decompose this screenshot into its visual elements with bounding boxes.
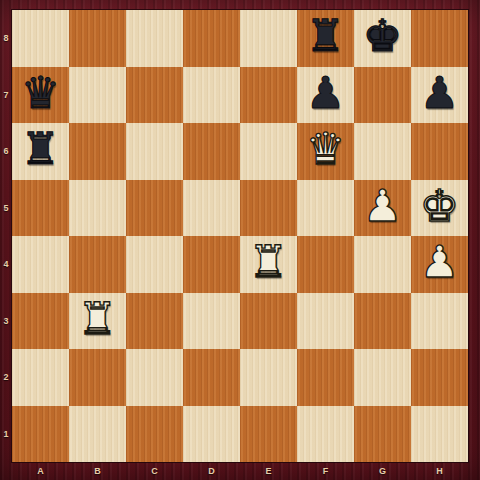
square-d3[interactable]	[183, 293, 240, 350]
file-label-c: C	[126, 462, 183, 480]
piece-black-rook[interactable]: ♜	[21, 127, 60, 171]
square-b4[interactable]	[69, 236, 126, 293]
square-h1[interactable]	[411, 406, 468, 463]
file-coordinates: ABCDEFGH	[12, 462, 468, 480]
square-g4[interactable]	[354, 236, 411, 293]
rank-coordinates: 87654321	[0, 10, 12, 462]
square-e5[interactable]	[240, 180, 297, 237]
square-e8[interactable]	[240, 10, 297, 67]
square-f4[interactable]	[297, 236, 354, 293]
square-d2[interactable]	[183, 349, 240, 406]
piece-black-pawn[interactable]: ♟	[306, 71, 345, 115]
piece-black-king[interactable]: ♚	[363, 14, 402, 58]
square-c3[interactable]	[126, 293, 183, 350]
square-f7[interactable]: ♟	[297, 67, 354, 124]
square-d1[interactable]	[183, 406, 240, 463]
rank-label-7: 7	[0, 67, 12, 124]
square-f5[interactable]	[297, 180, 354, 237]
rank-label-5: 5	[0, 180, 12, 237]
piece-white-queen[interactable]: ♛	[306, 127, 345, 171]
square-a5[interactable]	[12, 180, 69, 237]
square-h3[interactable]	[411, 293, 468, 350]
square-a7[interactable]: ♛	[12, 67, 69, 124]
square-f1[interactable]	[297, 406, 354, 463]
square-h8[interactable]	[411, 10, 468, 67]
square-e1[interactable]	[240, 406, 297, 463]
square-a4[interactable]	[12, 236, 69, 293]
square-b7[interactable]	[69, 67, 126, 124]
square-f2[interactable]	[297, 349, 354, 406]
square-e2[interactable]	[240, 349, 297, 406]
square-b6[interactable]	[69, 123, 126, 180]
square-f8[interactable]: ♜	[297, 10, 354, 67]
square-h6[interactable]	[411, 123, 468, 180]
piece-white-rook[interactable]: ♜	[249, 240, 288, 284]
square-d8[interactable]	[183, 10, 240, 67]
square-g5[interactable]: ♟	[354, 180, 411, 237]
piece-white-pawn[interactable]: ♟	[363, 184, 402, 228]
square-a1[interactable]	[12, 406, 69, 463]
file-label-e: E	[240, 462, 297, 480]
square-c7[interactable]	[126, 67, 183, 124]
square-a8[interactable]	[12, 10, 69, 67]
rank-label-8: 8	[0, 10, 12, 67]
file-label-f: F	[297, 462, 354, 480]
square-b3[interactable]: ♜	[69, 293, 126, 350]
square-g2[interactable]	[354, 349, 411, 406]
square-f6[interactable]: ♛	[297, 123, 354, 180]
square-e6[interactable]	[240, 123, 297, 180]
square-a6[interactable]: ♜	[12, 123, 69, 180]
piece-black-pawn[interactable]: ♟	[420, 71, 459, 115]
square-c8[interactable]	[126, 10, 183, 67]
file-label-a: A	[12, 462, 69, 480]
square-f3[interactable]	[297, 293, 354, 350]
square-g6[interactable]	[354, 123, 411, 180]
chess-board-frame: ♜♚♛♟♟♜♛♟♚♜♟♜ 87654321 ABCDEFGH	[0, 0, 480, 480]
square-c2[interactable]	[126, 349, 183, 406]
rank-label-6: 6	[0, 123, 12, 180]
square-d5[interactable]	[183, 180, 240, 237]
square-a3[interactable]	[12, 293, 69, 350]
square-g7[interactable]	[354, 67, 411, 124]
piece-white-king[interactable]: ♚	[420, 184, 459, 228]
square-c1[interactable]	[126, 406, 183, 463]
square-b1[interactable]	[69, 406, 126, 463]
square-g3[interactable]	[354, 293, 411, 350]
square-d7[interactable]	[183, 67, 240, 124]
square-g8[interactable]: ♚	[354, 10, 411, 67]
square-e3[interactable]	[240, 293, 297, 350]
square-h2[interactable]	[411, 349, 468, 406]
file-label-h: H	[411, 462, 468, 480]
rank-label-3: 3	[0, 293, 12, 350]
file-label-d: D	[183, 462, 240, 480]
square-b8[interactable]	[69, 10, 126, 67]
square-c6[interactable]	[126, 123, 183, 180]
square-e4[interactable]: ♜	[240, 236, 297, 293]
file-label-g: G	[354, 462, 411, 480]
chess-board: ♜♚♛♟♟♜♛♟♚♜♟♜	[12, 10, 468, 462]
square-e7[interactable]	[240, 67, 297, 124]
square-d6[interactable]	[183, 123, 240, 180]
piece-white-pawn[interactable]: ♟	[420, 240, 459, 284]
square-b2[interactable]	[69, 349, 126, 406]
rank-label-1: 1	[0, 406, 12, 463]
square-a2[interactable]	[12, 349, 69, 406]
piece-black-rook[interactable]: ♜	[306, 14, 345, 58]
square-c5[interactable]	[126, 180, 183, 237]
piece-black-queen[interactable]: ♛	[21, 71, 60, 115]
file-label-b: B	[69, 462, 126, 480]
rank-label-4: 4	[0, 236, 12, 293]
square-h7[interactable]: ♟	[411, 67, 468, 124]
square-c4[interactable]	[126, 236, 183, 293]
piece-white-rook[interactable]: ♜	[78, 297, 117, 341]
square-b5[interactable]	[69, 180, 126, 237]
square-g1[interactable]	[354, 406, 411, 463]
square-d4[interactable]	[183, 236, 240, 293]
square-h4[interactable]: ♟	[411, 236, 468, 293]
square-h5[interactable]: ♚	[411, 180, 468, 237]
rank-label-2: 2	[0, 349, 12, 406]
